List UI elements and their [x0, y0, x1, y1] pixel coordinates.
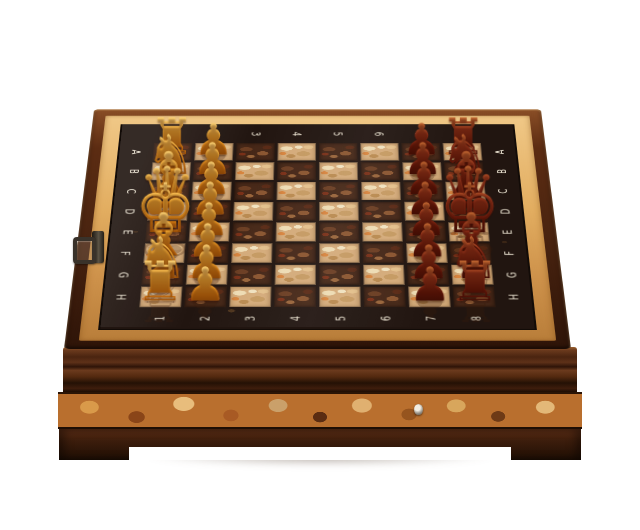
square-b4[interactable] [277, 162, 316, 180]
rank-label-top-6: 6 [360, 126, 399, 141]
square-f5[interactable] [319, 243, 360, 263]
rank-label-bottom-7: 7 [409, 309, 452, 328]
rank-label-bottom-6: 6 [364, 309, 407, 328]
rank-label-text: 1 [167, 132, 182, 136]
square-g6[interactable] [363, 265, 405, 285]
file-label-text: F [118, 251, 134, 255]
square-e6[interactable] [362, 222, 403, 241]
rank-label-bottom-4: 4 [274, 309, 316, 328]
square-h3[interactable] [229, 287, 271, 308]
file-label-text: G [503, 272, 519, 278]
square-d4[interactable] [276, 202, 316, 221]
file-label-text: A [492, 149, 507, 154]
square-b6[interactable] [361, 162, 401, 180]
file-label-text: H [113, 294, 129, 300]
rank-label-bottom-8: 8 [454, 309, 498, 328]
rank-label-bottom-1: 1 [137, 309, 181, 328]
square-d6[interactable] [362, 202, 402, 221]
square-h2[interactable]: ♟♟ [184, 287, 227, 308]
square-h4[interactable] [274, 287, 316, 308]
rank-label-text: 4 [287, 316, 303, 321]
latch-loop [73, 237, 96, 264]
square-f6[interactable] [363, 243, 404, 263]
square-e3[interactable] [232, 222, 273, 241]
square-h5[interactable] [319, 287, 361, 308]
piece-black-pawn[interactable]: ♟ [409, 263, 451, 308]
square-c6[interactable] [361, 182, 401, 200]
rank-label-text: 7 [413, 132, 428, 136]
square-a6[interactable] [360, 143, 399, 161]
rank-label-top-3: 3 [237, 126, 276, 141]
rank-label-top-5: 5 [319, 126, 357, 141]
square-e5[interactable] [319, 222, 359, 241]
rank-label-text: 7 [422, 316, 438, 321]
square-a3[interactable] [236, 143, 275, 161]
square-c5[interactable] [319, 182, 359, 200]
box-front-molding [63, 347, 577, 392]
rank-label-text: 8 [454, 132, 469, 136]
square-h7[interactable]: ♟♟ [408, 287, 451, 308]
square-c4[interactable] [276, 182, 316, 200]
file-label-text: F [501, 251, 517, 255]
keyhole [414, 404, 423, 415]
amber-mosaic-band [58, 392, 582, 429]
square-g4[interactable] [275, 265, 316, 285]
file-label-text: E [499, 230, 515, 235]
product-photo: 12345678A♜♜♟♟♟♟♜♜AB♞♞♟♟♟♟♞♞BC♝♝♟♟♟♟♝♝CD♛… [0, 0, 640, 530]
rank-label-text: 1 [151, 316, 167, 321]
square-f3[interactable] [231, 243, 272, 263]
rank-label-text: 8 [468, 316, 484, 321]
square-h1[interactable]: ♜♜ [139, 287, 182, 308]
board-outer-rim: 12345678A♜♜♟♟♟♟♜♜AB♞♞♟♟♟♟♞♞BC♝♝♟♟♟♟♝♝CD♛… [64, 109, 571, 349]
file-label-left-h: H [105, 287, 138, 308]
piece-white-pawn[interactable]: ♟ [184, 263, 226, 308]
file-label-text: A [128, 149, 143, 154]
square-h6[interactable] [364, 287, 406, 308]
box-latch [72, 230, 104, 264]
rank-label-top-4: 4 [278, 126, 316, 141]
square-b3[interactable] [235, 162, 275, 180]
board-corner [103, 309, 136, 328]
square-a5[interactable] [319, 143, 358, 161]
file-label-right-h: H [497, 287, 530, 308]
square-g5[interactable] [319, 265, 360, 285]
rank-label-text: 2 [196, 316, 212, 321]
rank-label-text: 6 [372, 132, 386, 136]
rank-label-bottom-2: 2 [183, 309, 226, 328]
file-label-text: E [120, 230, 136, 235]
square-c3[interactable] [234, 182, 274, 200]
rank-label-bottom-5: 5 [319, 309, 361, 328]
piece-black-rook[interactable]: ♜ [450, 256, 499, 308]
maple-frame: 12345678A♜♜♟♟♟♟♜♜AB♞♞♟♟♟♟♞♞BC♝♝♟♟♟♟♝♝CD♛… [79, 116, 556, 341]
coord-band: 12345678A♜♜♟♟♟♟♜♜AB♞♞♟♟♟♟♞♞BC♝♝♟♟♟♟♝♝CD♛… [98, 124, 537, 330]
square-f4[interactable] [275, 243, 316, 263]
square-d5[interactable] [319, 202, 359, 221]
box-plinth [59, 429, 581, 460]
plinth-foot-recess [129, 447, 511, 460]
square-e4[interactable] [276, 222, 316, 241]
square-b5[interactable] [319, 162, 358, 180]
rank-label-text: 3 [249, 132, 263, 136]
rank-label-text: 5 [332, 316, 348, 321]
square-g3[interactable] [230, 265, 272, 285]
rank-label-text: 3 [242, 316, 258, 321]
square-d3[interactable] [233, 202, 273, 221]
rank-label-text: 6 [377, 316, 393, 321]
file-label-right-g: G [495, 265, 528, 285]
box-front [58, 347, 582, 460]
rank-label-text: 5 [331, 132, 345, 136]
rank-label-text: 4 [290, 132, 304, 136]
rank-label-bottom-3: 3 [228, 309, 271, 328]
file-label-text: G [116, 272, 132, 278]
square-a4[interactable] [277, 143, 316, 161]
board-corner [499, 309, 532, 328]
chessboard: 12345678A♜♜♟♟♟♟♜♜AB♞♞♟♟♟♟♞♞BC♝♝♟♟♟♟♝♝CD♛… [64, 109, 571, 349]
file-label-text: H [505, 294, 521, 300]
piece-white-rook[interactable]: ♜ [136, 256, 185, 308]
rank-label-text: 2 [208, 132, 223, 136]
square-h8[interactable]: ♜♜ [452, 287, 495, 308]
